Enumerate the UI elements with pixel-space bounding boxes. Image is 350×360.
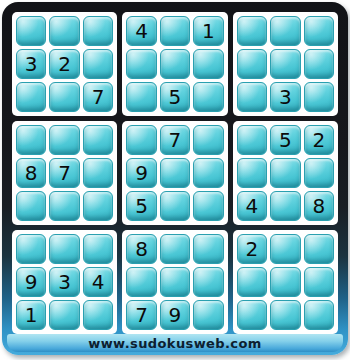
cell-r5c5[interactable] xyxy=(160,158,190,188)
cell-r2c5[interactable] xyxy=(160,49,190,79)
cell-r4c3[interactable] xyxy=(83,125,113,155)
cell-r7c2[interactable] xyxy=(49,234,79,264)
cell-r6c9[interactable]: 8 xyxy=(304,191,334,221)
cell-r1c1[interactable] xyxy=(16,16,46,46)
cell-r9c1[interactable]: 1 xyxy=(16,300,46,330)
cell-r3c9[interactable] xyxy=(304,82,334,112)
cell-r2c1[interactable]: 3 xyxy=(16,49,46,79)
box-2: 415 xyxy=(122,12,227,116)
cell-r7c7[interactable]: 2 xyxy=(237,234,267,264)
cell-r6c6[interactable] xyxy=(193,191,223,221)
cell-r7c9[interactable] xyxy=(304,234,334,264)
cell-r2c4[interactable] xyxy=(126,49,156,79)
cell-r9c5[interactable]: 9 xyxy=(160,300,190,330)
cell-r4c9[interactable]: 2 xyxy=(304,125,334,155)
cell-r1c8[interactable] xyxy=(270,16,300,46)
cell-r7c4[interactable]: 8 xyxy=(126,234,156,264)
cell-r3c8[interactable]: 3 xyxy=(270,82,300,112)
cell-r4c8[interactable]: 5 xyxy=(270,125,300,155)
cell-r8c4[interactable] xyxy=(126,267,156,297)
box-9: 2 xyxy=(233,230,338,334)
box-6: 5248 xyxy=(233,121,338,225)
cell-r8c1[interactable]: 9 xyxy=(16,267,46,297)
cell-r1c7[interactable] xyxy=(237,16,267,46)
cell-r4c5[interactable]: 7 xyxy=(160,125,190,155)
cell-r8c6[interactable] xyxy=(193,267,223,297)
cell-r1c4[interactable]: 4 xyxy=(126,16,156,46)
cell-r3c7[interactable] xyxy=(237,82,267,112)
sudoku-grid: 327415387795524893418792 xyxy=(12,12,338,334)
cell-r1c2[interactable] xyxy=(49,16,79,46)
box-3: 3 xyxy=(233,12,338,116)
cell-r1c5[interactable] xyxy=(160,16,190,46)
box-5: 795 xyxy=(122,121,227,225)
cell-r9c3[interactable] xyxy=(83,300,113,330)
cell-r2c8[interactable] xyxy=(270,49,300,79)
cell-r7c8[interactable] xyxy=(270,234,300,264)
cell-r7c1[interactable] xyxy=(16,234,46,264)
cell-r4c6[interactable] xyxy=(193,125,223,155)
box-8: 879 xyxy=(122,230,227,334)
cell-r5c2[interactable]: 7 xyxy=(49,158,79,188)
box-7: 9341 xyxy=(12,230,117,334)
cell-r5c7[interactable] xyxy=(237,158,267,188)
cell-r8c8[interactable] xyxy=(270,267,300,297)
box-1: 327 xyxy=(12,12,117,116)
cell-r2c6[interactable] xyxy=(193,49,223,79)
cell-r4c2[interactable] xyxy=(49,125,79,155)
cell-r9c7[interactable] xyxy=(237,300,267,330)
cell-r1c9[interactable] xyxy=(304,16,334,46)
cell-r7c3[interactable] xyxy=(83,234,113,264)
cell-r2c3[interactable] xyxy=(83,49,113,79)
cell-r6c8[interactable] xyxy=(270,191,300,221)
cell-r6c7[interactable]: 4 xyxy=(237,191,267,221)
cell-r3c5[interactable]: 5 xyxy=(160,82,190,112)
cell-r9c8[interactable] xyxy=(270,300,300,330)
cell-r5c1[interactable]: 8 xyxy=(16,158,46,188)
cell-r8c3[interactable]: 4 xyxy=(83,267,113,297)
cell-r4c1[interactable] xyxy=(16,125,46,155)
cell-r2c7[interactable] xyxy=(237,49,267,79)
cell-r7c5[interactable] xyxy=(160,234,190,264)
cell-r3c1[interactable] xyxy=(16,82,46,112)
cell-r8c9[interactable] xyxy=(304,267,334,297)
cell-r8c5[interactable] xyxy=(160,267,190,297)
cell-r9c4[interactable]: 7 xyxy=(126,300,156,330)
cell-r3c2[interactable] xyxy=(49,82,79,112)
cell-r6c4[interactable]: 5 xyxy=(126,191,156,221)
cell-r6c1[interactable] xyxy=(16,191,46,221)
cell-r3c3[interactable]: 7 xyxy=(83,82,113,112)
cell-r4c7[interactable] xyxy=(237,125,267,155)
footer-bar: www.sudokusweb.com xyxy=(7,334,343,352)
cell-r1c6[interactable]: 1 xyxy=(193,16,223,46)
website-link[interactable]: www.sudokusweb.com xyxy=(88,336,261,351)
cell-r9c9[interactable] xyxy=(304,300,334,330)
cell-r6c5[interactable] xyxy=(160,191,190,221)
cell-r5c9[interactable] xyxy=(304,158,334,188)
cell-r5c3[interactable] xyxy=(83,158,113,188)
cell-r8c2[interactable]: 3 xyxy=(49,267,79,297)
cell-r7c6[interactable] xyxy=(193,234,223,264)
cell-r5c6[interactable] xyxy=(193,158,223,188)
cell-r5c8[interactable] xyxy=(270,158,300,188)
cell-r8c7[interactable] xyxy=(237,267,267,297)
cell-r2c9[interactable] xyxy=(304,49,334,79)
cell-r9c2[interactable] xyxy=(49,300,79,330)
cell-r3c4[interactable] xyxy=(126,82,156,112)
sudoku-board-frame: 327415387795524893418792 www.sudokusweb.… xyxy=(2,2,348,355)
cell-r4c4[interactable] xyxy=(126,125,156,155)
cell-r1c3[interactable] xyxy=(83,16,113,46)
cell-r6c3[interactable] xyxy=(83,191,113,221)
box-4: 87 xyxy=(12,121,117,225)
cell-r9c6[interactable] xyxy=(193,300,223,330)
cell-r3c6[interactable] xyxy=(193,82,223,112)
cell-r6c2[interactable] xyxy=(49,191,79,221)
cell-r5c4[interactable]: 9 xyxy=(126,158,156,188)
cell-r2c2[interactable]: 2 xyxy=(49,49,79,79)
